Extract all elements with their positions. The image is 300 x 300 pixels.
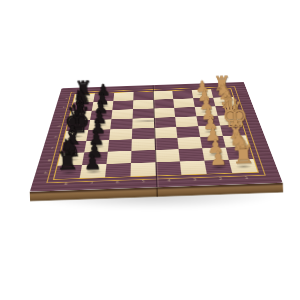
perspective-wrapper: 87654321 abcdefgh ♜♟♟♜♞♟♟♞♝♟♟♝♛♟♟♛♚♟♟♚♝♟…: [0, 0, 300, 300]
piece-white-rook-h1: ♜: [230, 141, 256, 169]
piece-black-pawn-h7: ♟: [80, 152, 106, 175]
piece-black-rook-h8: ♜: [54, 147, 80, 175]
piece-white-pawn-h2: ♟: [205, 147, 231, 170]
chess-set-photo: 87654321 abcdefgh ♜♟♟♜♞♟♟♞♝♟♟♝♛♟♟♛♚♟♟♚♝♟…: [0, 0, 300, 300]
chess-board: 87654321 abcdefgh ♜♟♟♜♞♟♟♞♝♟♟♝♛♟♟♛♚♟♟♚♝♟…: [30, 82, 283, 192]
edge-hinge-seam: [156, 187, 158, 197]
